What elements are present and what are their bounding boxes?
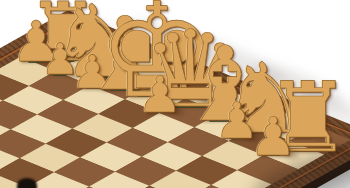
- chess-set-photo: ♜♟♟♞♟♝♚♛♟♝♞♟♜♟: [0, 0, 350, 188]
- pieces-layer: ♜♟♟♞♟♝♚♛♟♝♞♟♜♟: [0, 0, 350, 188]
- piece-white-pawn: ♟: [138, 70, 183, 120]
- black-piece-partial: [17, 178, 37, 188]
- piece-white-pawn: ♟: [249, 110, 297, 163]
